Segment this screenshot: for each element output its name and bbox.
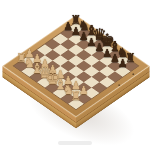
chess-box bbox=[2, 15, 149, 117]
product-photo: ♜♞♝♛♚♝♞♜♟♟♟♟♟♟♟♟♟♟♟♟♟♟♟♟♜♞♝♛♚♝♞♜ bbox=[0, 0, 150, 150]
watermark bbox=[58, 141, 92, 145]
